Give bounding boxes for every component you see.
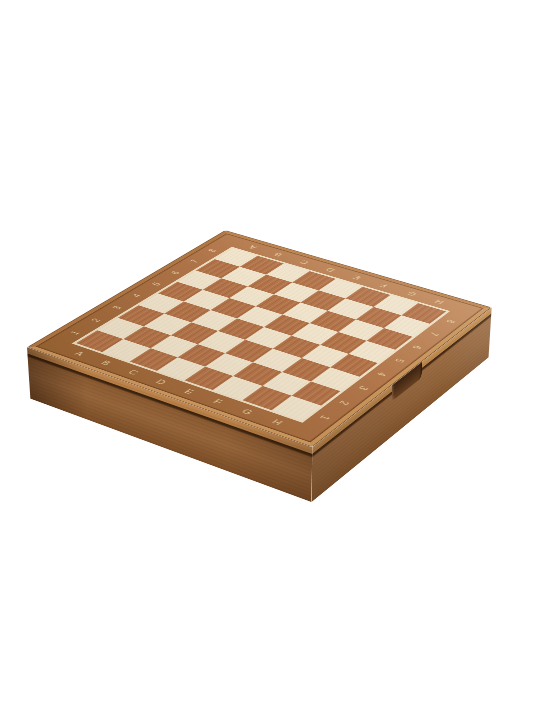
product-photo-stage: A B C D E F G H A B C D E F G H	[0, 0, 540, 720]
file-label: G	[225, 401, 270, 422]
square-e4	[245, 327, 292, 349]
square-f1	[213, 376, 262, 400]
square-g1	[242, 386, 292, 411]
square-h5	[348, 341, 395, 363]
square-d1	[157, 357, 206, 380]
square-g4	[301, 345, 348, 368]
square-h3	[311, 367, 359, 391]
square-f4	[273, 336, 320, 358]
square-f2	[233, 362, 281, 385]
square-g5	[320, 332, 367, 354]
chess-chest-box: A B C D E F G H A B C D E F G H	[27, 230, 492, 447]
square-e2	[205, 353, 253, 376]
file-label: E	[167, 382, 211, 402]
square-c1	[129, 348, 177, 371]
square-b1	[102, 339, 150, 361]
square-f3	[253, 349, 301, 372]
square-g2	[262, 372, 311, 396]
perspective-scene: A B C D E F G H A B C D E F G H	[0, 0, 540, 720]
file-label: H	[255, 411, 300, 432]
square-c2	[150, 335, 197, 357]
square-h4	[330, 354, 378, 377]
square-d2	[178, 344, 226, 367]
square-a1	[76, 330, 124, 352]
square-e1	[185, 366, 234, 390]
square-d3	[198, 331, 245, 353]
square-h6	[366, 328, 412, 350]
square-b2	[124, 326, 171, 348]
square-h1	[271, 395, 321, 420]
file-label: F	[196, 391, 240, 412]
square-e3	[225, 340, 272, 362]
square-g3	[282, 358, 330, 381]
square-h2	[291, 381, 340, 405]
